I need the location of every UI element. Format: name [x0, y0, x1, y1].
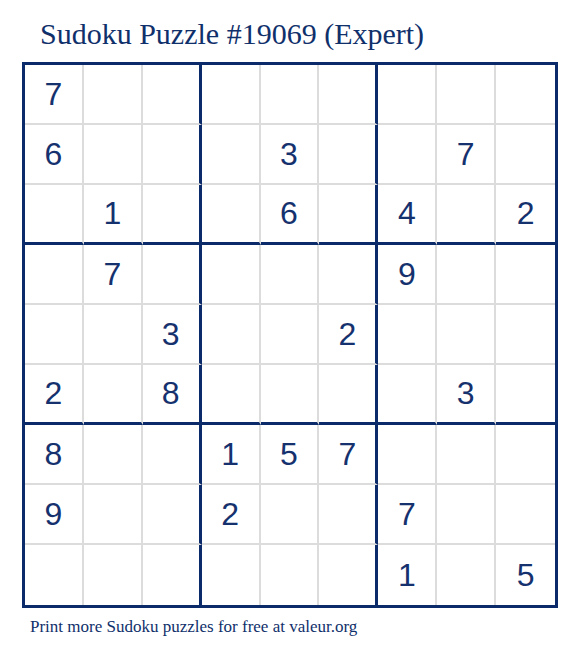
- sudoku-cell-r7c3[interactable]: [143, 425, 202, 485]
- sudoku-cell-r6c2[interactable]: [84, 365, 143, 425]
- page-title: Sudoku Puzzle #19069 (Expert): [40, 16, 424, 52]
- sudoku-cell-r6c9[interactable]: [496, 365, 555, 425]
- sudoku-cell-r8c4[interactable]: 2: [202, 485, 261, 545]
- sudoku-cell-r1c2[interactable]: [84, 65, 143, 125]
- sudoku-cell-r5c2[interactable]: [84, 305, 143, 365]
- sudoku-cell-r1c1[interactable]: 7: [25, 65, 84, 125]
- sudoku-cell-r3c8[interactable]: [437, 185, 496, 245]
- sudoku-cell-r2c6[interactable]: [319, 125, 378, 185]
- sudoku-cell-r2c5[interactable]: 3: [261, 125, 320, 185]
- sudoku-cell-r3c2[interactable]: 1: [84, 185, 143, 245]
- sudoku-cell-r3c3[interactable]: [143, 185, 202, 245]
- sudoku-cell-r6c3[interactable]: 8: [143, 365, 202, 425]
- sudoku-cell-r8c6[interactable]: [319, 485, 378, 545]
- sudoku-cell-r2c3[interactable]: [143, 125, 202, 185]
- sudoku-cell-r8c8[interactable]: [437, 485, 496, 545]
- sudoku-cell-r1c3[interactable]: [143, 65, 202, 125]
- sudoku-cell-r9c2[interactable]: [84, 545, 143, 605]
- sudoku-cell-r8c7[interactable]: 7: [378, 485, 437, 545]
- sudoku-cell-r6c8[interactable]: 3: [437, 365, 496, 425]
- sudoku-cell-r2c4[interactable]: [202, 125, 261, 185]
- sudoku-cell-r5c8[interactable]: [437, 305, 496, 365]
- sudoku-cell-r4c4[interactable]: [202, 245, 261, 305]
- sudoku-cell-r8c1[interactable]: 9: [25, 485, 84, 545]
- sudoku-cell-r3c5[interactable]: 6: [261, 185, 320, 245]
- sudoku-cell-r4c5[interactable]: [261, 245, 320, 305]
- sudoku-cell-r3c6[interactable]: [319, 185, 378, 245]
- sudoku-cell-r2c9[interactable]: [496, 125, 555, 185]
- sudoku-cell-r7c6[interactable]: 7: [319, 425, 378, 485]
- sudoku-cell-r1c7[interactable]: [378, 65, 437, 125]
- sudoku-cell-r7c1[interactable]: 8: [25, 425, 84, 485]
- sudoku-cell-r9c9[interactable]: 5: [496, 545, 555, 605]
- sudoku-cell-r3c7[interactable]: 4: [378, 185, 437, 245]
- sudoku-cell-r4c1[interactable]: [25, 245, 84, 305]
- sudoku-cell-r9c6[interactable]: [319, 545, 378, 605]
- sudoku-cell-r4c9[interactable]: [496, 245, 555, 305]
- sudoku-cell-r9c4[interactable]: [202, 545, 261, 605]
- sudoku-cell-r5c3[interactable]: 3: [143, 305, 202, 365]
- sudoku-cell-r6c4[interactable]: [202, 365, 261, 425]
- sudoku-cell-r4c6[interactable]: [319, 245, 378, 305]
- sudoku-cell-r5c6[interactable]: 2: [319, 305, 378, 365]
- sudoku-cell-r9c5[interactable]: [261, 545, 320, 605]
- sudoku-cell-r8c5[interactable]: [261, 485, 320, 545]
- sudoku-cell-r1c8[interactable]: [437, 65, 496, 125]
- sudoku-cell-r7c8[interactable]: [437, 425, 496, 485]
- sudoku-cell-r9c8[interactable]: [437, 545, 496, 605]
- sudoku-cell-r2c8[interactable]: 7: [437, 125, 496, 185]
- sudoku-cell-r3c9[interactable]: 2: [496, 185, 555, 245]
- sudoku-cell-r7c4[interactable]: 1: [202, 425, 261, 485]
- sudoku-cell-r9c7[interactable]: 1: [378, 545, 437, 605]
- sudoku-cell-r3c4[interactable]: [202, 185, 261, 245]
- sudoku-cell-r5c4[interactable]: [202, 305, 261, 365]
- sudoku-cell-r5c5[interactable]: [261, 305, 320, 365]
- sudoku-cell-r7c5[interactable]: 5: [261, 425, 320, 485]
- sudoku-cell-r9c3[interactable]: [143, 545, 202, 605]
- footer-text: Print more Sudoku puzzles for free at va…: [30, 617, 357, 637]
- sudoku-cell-r8c9[interactable]: [496, 485, 555, 545]
- sudoku-cell-r6c7[interactable]: [378, 365, 437, 425]
- sudoku-cell-r5c7[interactable]: [378, 305, 437, 365]
- sudoku-cell-r5c9[interactable]: [496, 305, 555, 365]
- sudoku-cell-r7c7[interactable]: [378, 425, 437, 485]
- sudoku-cell-r7c9[interactable]: [496, 425, 555, 485]
- sudoku-cell-r1c4[interactable]: [202, 65, 261, 125]
- sudoku-cell-r4c3[interactable]: [143, 245, 202, 305]
- sudoku-cell-r4c8[interactable]: [437, 245, 496, 305]
- sudoku-cell-r8c2[interactable]: [84, 485, 143, 545]
- sudoku-cell-r5c1[interactable]: [25, 305, 84, 365]
- sudoku-cell-r1c5[interactable]: [261, 65, 320, 125]
- sudoku-cell-r6c6[interactable]: [319, 365, 378, 425]
- sudoku-cell-r9c1[interactable]: [25, 545, 84, 605]
- sudoku-cell-r3c1[interactable]: [25, 185, 84, 245]
- sudoku-cell-r2c1[interactable]: 6: [25, 125, 84, 185]
- sudoku-cell-r2c7[interactable]: [378, 125, 437, 185]
- sudoku-cell-r6c5[interactable]: [261, 365, 320, 425]
- sudoku-cell-r1c9[interactable]: [496, 65, 555, 125]
- sudoku-cell-r2c2[interactable]: [84, 125, 143, 185]
- sudoku-cell-r6c1[interactable]: 2: [25, 365, 84, 425]
- sudoku-cell-r4c7[interactable]: 9: [378, 245, 437, 305]
- sudoku-board: 763716427932283815792715: [22, 62, 558, 608]
- sudoku-cell-r8c3[interactable]: [143, 485, 202, 545]
- sudoku-cell-r1c6[interactable]: [319, 65, 378, 125]
- sudoku-cell-r4c2[interactable]: 7: [84, 245, 143, 305]
- sudoku-cell-r7c2[interactable]: [84, 425, 143, 485]
